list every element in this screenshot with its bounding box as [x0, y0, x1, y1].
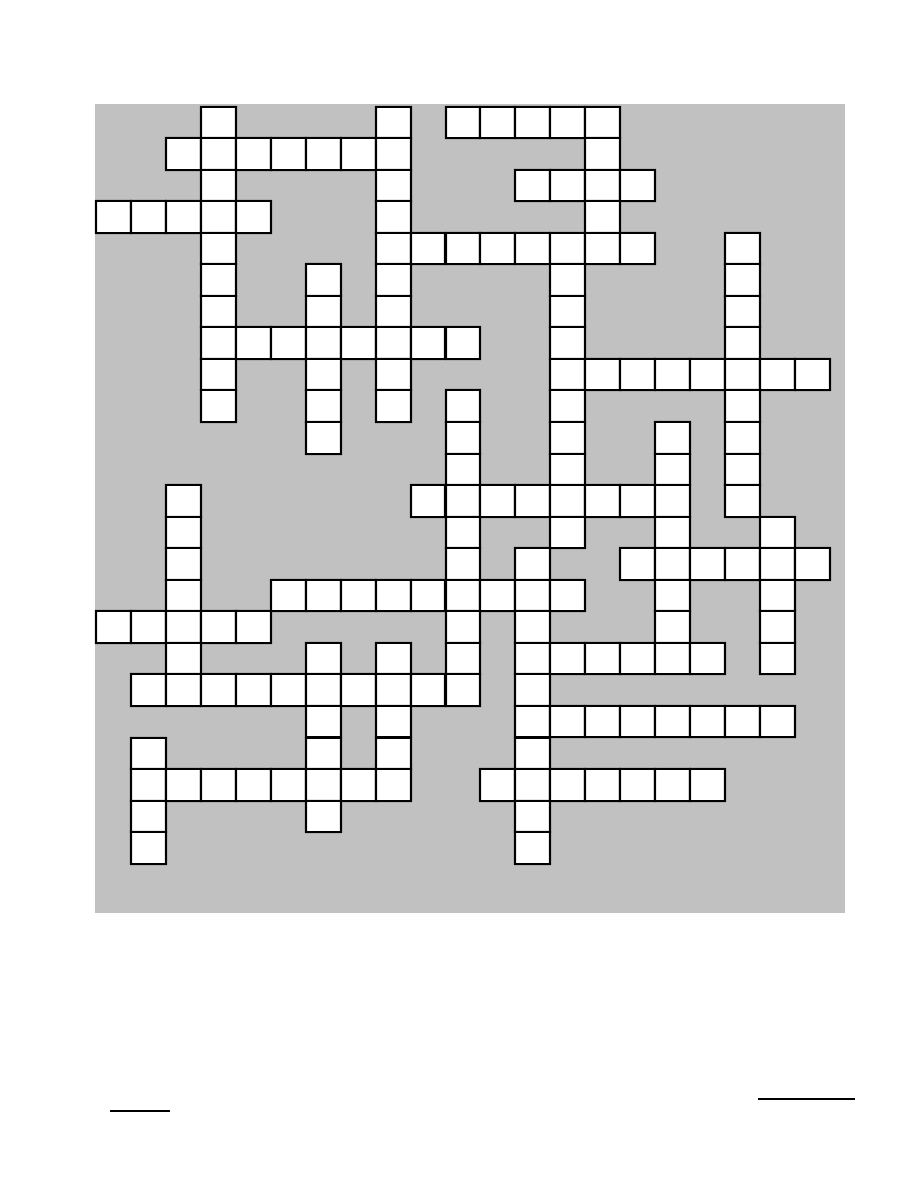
grid-cell-r18-c5[interactable]: [271, 674, 306, 706]
grid-cell-r5-c13[interactable]: [550, 264, 585, 296]
grid-cell-r7-c6[interactable]: [306, 327, 341, 359]
grid-cell-r8-c6[interactable]: [306, 359, 341, 391]
grid-cell-r20-c6[interactable]: [306, 738, 341, 770]
grid-cell-r21-c16[interactable]: [655, 769, 690, 801]
grid-cell-r17-c6[interactable]: [306, 643, 341, 675]
grid-cell-r16-c1[interactable]: [131, 611, 166, 643]
grid-cell-r22-c1[interactable]: [131, 801, 166, 833]
grid-cell-r7-c10[interactable]: [446, 327, 481, 359]
puzzle-board: [95, 104, 845, 913]
grid-cell-r20-c1[interactable]: [131, 738, 166, 770]
grid-cell-r4-c12[interactable]: [515, 233, 550, 265]
grid-cell-r15-c16[interactable]: [655, 580, 690, 612]
grid-cell-r3-c3[interactable]: [201, 201, 236, 233]
grid-cell-r11-c13[interactable]: [550, 454, 585, 486]
grid-cell-r9-c18[interactable]: [725, 390, 760, 422]
grid-cell-r20-c12[interactable]: [515, 738, 550, 770]
grid-cell-r21-c8[interactable]: [376, 769, 411, 801]
grid-cell-r21-c11[interactable]: [480, 769, 515, 801]
grid-cell-r15-c19[interactable]: [760, 580, 795, 612]
grid-cell-r15-c11[interactable]: [480, 580, 515, 612]
grid-cell-r15-c6[interactable]: [306, 580, 341, 612]
grid-cell-r21-c1[interactable]: [131, 769, 166, 801]
grid-cell-r9-c13[interactable]: [550, 390, 585, 422]
grid-cell-r16-c10[interactable]: [446, 611, 481, 643]
grid-cell-r14-c2[interactable]: [166, 548, 201, 580]
grid-cell-r8-c8[interactable]: [376, 359, 411, 391]
grid-cell-r12-c10[interactable]: [446, 485, 481, 517]
grid-cell-r14-c15[interactable]: [620, 548, 655, 580]
grid-cell-r1-c5[interactable]: [271, 138, 306, 170]
grid-cell-r2-c15[interactable]: [620, 170, 655, 202]
grid-cell-r13-c10[interactable]: [446, 517, 481, 549]
grid-cell-r10-c16[interactable]: [655, 422, 690, 454]
grid-cell-r7-c8[interactable]: [376, 327, 411, 359]
grid-cell-r1-c8[interactable]: [376, 138, 411, 170]
grid-cell-r13-c2[interactable]: [166, 517, 201, 549]
grid-cell-r11-c16[interactable]: [655, 454, 690, 486]
grid-cell-r18-c1[interactable]: [131, 674, 166, 706]
grid-cell-r3-c14[interactable]: [585, 201, 620, 233]
grid-cell-r14-c17[interactable]: [690, 548, 725, 580]
grid-cell-r15-c2[interactable]: [166, 580, 201, 612]
grid-cell-r13-c16[interactable]: [655, 517, 690, 549]
crossword-grid: [96, 107, 830, 865]
grid-cell-r21-c15[interactable]: [620, 769, 655, 801]
grid-cell-r2-c12[interactable]: [515, 170, 550, 202]
grid-cell-r17-c13[interactable]: [550, 643, 585, 675]
grid-cell-r4-c11[interactable]: [480, 233, 515, 265]
grid-cell-r13-c19[interactable]: [760, 517, 795, 549]
grid-cell-r1-c6[interactable]: [306, 138, 341, 170]
grid-cell-r10-c6[interactable]: [306, 422, 341, 454]
grid-cell-r4-c3[interactable]: [201, 233, 236, 265]
grid-cell-r21-c2[interactable]: [166, 769, 201, 801]
grid-cell-r18-c3[interactable]: [201, 674, 236, 706]
grid-cell-r7-c18[interactable]: [725, 327, 760, 359]
grid-cell-r12-c16[interactable]: [655, 485, 690, 517]
grid-cell-r10-c10[interactable]: [446, 422, 481, 454]
grid-cell-r19-c15[interactable]: [620, 706, 655, 738]
grid-cell-r12-c18[interactable]: [725, 485, 760, 517]
grid-cell-r19-c14[interactable]: [585, 706, 620, 738]
grid-cell-r18-c10[interactable]: [446, 674, 481, 706]
grid-cell-r7-c5[interactable]: [271, 327, 306, 359]
grid-cell-r22-c12[interactable]: [515, 801, 550, 833]
grid-cell-r16-c12[interactable]: [515, 611, 550, 643]
grid-cell-r16-c19[interactable]: [760, 611, 795, 643]
grid-cell-r1-c4[interactable]: [236, 138, 271, 170]
grid-cell-r0-c11[interactable]: [480, 107, 515, 139]
grid-cell-r17-c10[interactable]: [446, 643, 481, 675]
grid-cell-r17-c17[interactable]: [690, 643, 725, 675]
grid-cell-r8-c14[interactable]: [585, 359, 620, 391]
grid-cell-r6-c6[interactable]: [306, 296, 341, 328]
grid-cell-r21-c6[interactable]: [306, 769, 341, 801]
grid-cell-r0-c14[interactable]: [585, 107, 620, 139]
grid-cell-r4-c18[interactable]: [725, 233, 760, 265]
grid-cell-r18-c6[interactable]: [306, 674, 341, 706]
grid-cell-r21-c12[interactable]: [515, 769, 550, 801]
grid-cell-r21-c17[interactable]: [690, 769, 725, 801]
grid-cell-r7-c7[interactable]: [341, 327, 376, 359]
grid-cell-r4-c9[interactable]: [411, 233, 446, 265]
grid-cell-r12-c15[interactable]: [620, 485, 655, 517]
grid-cell-r15-c12[interactable]: [515, 580, 550, 612]
grid-cell-r12-c12[interactable]: [515, 485, 550, 517]
grid-cell-r18-c4[interactable]: [236, 674, 271, 706]
grid-cell-r19-c17[interactable]: [690, 706, 725, 738]
grid-cell-r0-c10[interactable]: [446, 107, 481, 139]
grid-cell-r5-c8[interactable]: [376, 264, 411, 296]
grid-cell-r18-c7[interactable]: [341, 674, 376, 706]
grid-cell-r0-c8[interactable]: [376, 107, 411, 139]
grid-cell-r18-c2[interactable]: [166, 674, 201, 706]
grid-cell-r19-c19[interactable]: [760, 706, 795, 738]
grid-cell-r8-c18[interactable]: [725, 359, 760, 391]
grid-cell-r17-c15[interactable]: [620, 643, 655, 675]
grid-cell-r4-c10[interactable]: [446, 233, 481, 265]
grid-cell-r11-c10[interactable]: [446, 454, 481, 486]
grid-cell-r9-c3[interactable]: [201, 390, 236, 422]
grid-cell-r16-c0[interactable]: [96, 611, 131, 643]
grid-cell-r8-c20[interactable]: [795, 359, 830, 391]
grid-cell-r4-c8[interactable]: [376, 233, 411, 265]
grid-cell-r21-c4[interactable]: [236, 769, 271, 801]
grid-cell-r15-c13[interactable]: [550, 580, 585, 612]
grid-cell-r10-c13[interactable]: [550, 422, 585, 454]
grid-cell-r11-c18[interactable]: [725, 454, 760, 486]
grid-cell-r14-c16[interactable]: [655, 548, 690, 580]
grid-cell-r17-c19[interactable]: [760, 643, 795, 675]
grid-cell-r16-c3[interactable]: [201, 611, 236, 643]
grid-cell-r19-c16[interactable]: [655, 706, 690, 738]
grid-cell-r21-c3[interactable]: [201, 769, 236, 801]
grid-cell-r3-c4[interactable]: [236, 201, 271, 233]
grid-cell-r3-c1[interactable]: [131, 201, 166, 233]
grid-cell-r4-c15[interactable]: [620, 233, 655, 265]
grid-cell-r7-c13[interactable]: [550, 327, 585, 359]
grid-cell-r14-c19[interactable]: [760, 548, 795, 580]
answer-blank-line-right: [758, 1098, 855, 1100]
grid-cell-r6-c3[interactable]: [201, 296, 236, 328]
grid-cell-r6-c8[interactable]: [376, 296, 411, 328]
grid-cell-r15-c7[interactable]: [341, 580, 376, 612]
grid-cell-r17-c8[interactable]: [376, 643, 411, 675]
grid-cell-r1-c7[interactable]: [341, 138, 376, 170]
grid-cell-r3-c8[interactable]: [376, 201, 411, 233]
grid-cell-r12-c9[interactable]: [411, 485, 446, 517]
grid-cell-r2-c8[interactable]: [376, 170, 411, 202]
grid-cell-r12-c13[interactable]: [550, 485, 585, 517]
grid-cell-r10-c18[interactable]: [725, 422, 760, 454]
grid-cell-r22-c6[interactable]: [306, 801, 341, 833]
grid-cell-r18-c8[interactable]: [376, 674, 411, 706]
grid-cell-r17-c12[interactable]: [515, 643, 550, 675]
grid-cell-r14-c18[interactable]: [725, 548, 760, 580]
grid-cell-r19-c12[interactable]: [515, 706, 550, 738]
grid-cell-r5-c18[interactable]: [725, 264, 760, 296]
grid-cell-r9-c8[interactable]: [376, 390, 411, 422]
grid-cell-r6-c13[interactable]: [550, 296, 585, 328]
grid-cell-r4-c14[interactable]: [585, 233, 620, 265]
grid-cell-r19-c13[interactable]: [550, 706, 585, 738]
grid-cell-r1-c14[interactable]: [585, 138, 620, 170]
grid-cell-r21-c13[interactable]: [550, 769, 585, 801]
grid-cell-r9-c10[interactable]: [446, 390, 481, 422]
grid-cell-r8-c17[interactable]: [690, 359, 725, 391]
grid-cell-r13-c13[interactable]: [550, 517, 585, 549]
grid-cell-r14-c10[interactable]: [446, 548, 481, 580]
grid-cell-r19-c8[interactable]: [376, 706, 411, 738]
grid-cell-r2-c3[interactable]: [201, 170, 236, 202]
grid-cell-r17-c2[interactable]: [166, 643, 201, 675]
grid-cell-r14-c20[interactable]: [795, 548, 830, 580]
grid-cell-r12-c2[interactable]: [166, 485, 201, 517]
grid-cell-r16-c2[interactable]: [166, 611, 201, 643]
grid-cell-r21-c7[interactable]: [341, 769, 376, 801]
grid-cell-r16-c16[interactable]: [655, 611, 690, 643]
grid-cell-r19-c6[interactable]: [306, 706, 341, 738]
grid-cell-r15-c9[interactable]: [411, 580, 446, 612]
grid-cell-r16-c4[interactable]: [236, 611, 271, 643]
grid-cell-r21-c14[interactable]: [585, 769, 620, 801]
worksheet-page: [0, 0, 918, 1188]
grid-cell-r15-c8[interactable]: [376, 580, 411, 612]
grid-cell-r8-c15[interactable]: [620, 359, 655, 391]
grid-cell-r14-c12[interactable]: [515, 548, 550, 580]
grid-cell-r6-c18[interactable]: [725, 296, 760, 328]
grid-cell-r1-c3[interactable]: [201, 138, 236, 170]
grid-cell-r17-c16[interactable]: [655, 643, 690, 675]
grid-cell-r17-c14[interactable]: [585, 643, 620, 675]
grid-cell-r0-c13[interactable]: [550, 107, 585, 139]
grid-cell-r8-c16[interactable]: [655, 359, 690, 391]
grid-cell-r0-c12[interactable]: [515, 107, 550, 139]
grid-cell-r5-c6[interactable]: [306, 264, 341, 296]
grid-cell-r2-c14[interactable]: [585, 170, 620, 202]
grid-cell-r2-c13[interactable]: [550, 170, 585, 202]
grid-cell-r18-c12[interactable]: [515, 674, 550, 706]
grid-cell-r5-c3[interactable]: [201, 264, 236, 296]
grid-cell-r7-c3[interactable]: [201, 327, 236, 359]
answer-blank-line-left: [110, 1110, 170, 1112]
grid-cell-r0-c3[interactable]: [201, 107, 236, 139]
grid-cell-r18-c9[interactable]: [411, 674, 446, 706]
grid-cell-r1-c2[interactable]: [166, 138, 201, 170]
grid-cell-r8-c13[interactable]: [550, 359, 585, 391]
grid-cell-r8-c3[interactable]: [201, 359, 236, 391]
grid-cell-r9-c6[interactable]: [306, 390, 341, 422]
grid-cell-r23-c12[interactable]: [515, 832, 550, 864]
grid-cell-r23-c1[interactable]: [131, 832, 166, 864]
grid-cell-r12-c11[interactable]: [480, 485, 515, 517]
grid-cell-r7-c4[interactable]: [236, 327, 271, 359]
grid-cell-r3-c0[interactable]: [96, 201, 131, 233]
grid-cell-r7-c9[interactable]: [411, 327, 446, 359]
grid-cell-r21-c5[interactable]: [271, 769, 306, 801]
grid-cell-r19-c18[interactable]: [725, 706, 760, 738]
grid-cell-r8-c19[interactable]: [760, 359, 795, 391]
grid-cell-r12-c14[interactable]: [585, 485, 620, 517]
grid-cell-r4-c13[interactable]: [550, 233, 585, 265]
grid-cell-r15-c5[interactable]: [271, 580, 306, 612]
grid-cell-r20-c8[interactable]: [376, 738, 411, 770]
grid-cell-r15-c10[interactable]: [446, 580, 481, 612]
grid-cell-r3-c2[interactable]: [166, 201, 201, 233]
